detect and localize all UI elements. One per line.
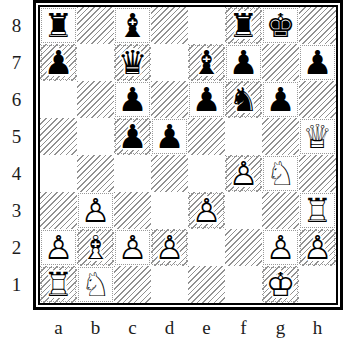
white-pawn[interactable]: ♟♙ [299,229,336,266]
rank-label-2: 2 [0,229,33,266]
white-piece-outline: ♙ [77,192,114,229]
square-e3[interactable]: ♟♙ [188,192,225,229]
file-label-d: d [151,310,188,344]
black-pawn[interactable]: ♟ [40,44,77,81]
square-g8[interactable]: ♚ [262,7,299,44]
square-c2[interactable]: ♟♙ [114,229,151,266]
rank-labels: 87654321 [0,0,33,310]
square-f2[interactable] [225,229,262,266]
chess-board: ♜♝♜♚♟♛♝♟♟♟♟♞♟♟♟♛♕♟♙♞♘♟♙♟♙♜♖♟♙♝♗♟♙♟♙♟♙♟♙♜… [38,5,338,305]
file-label-g: g [262,310,299,344]
rank-label-3: 3 [0,192,33,229]
square-a4[interactable] [40,155,77,192]
square-e1[interactable] [188,266,225,303]
square-a5[interactable] [40,118,77,155]
square-b7[interactable] [77,44,114,81]
square-h4[interactable] [299,155,336,192]
square-h3[interactable]: ♜♖ [299,192,336,229]
square-f7[interactable]: ♟ [225,44,262,81]
square-g6[interactable]: ♟ [262,81,299,118]
square-d2[interactable]: ♟♙ [151,229,188,266]
square-d4[interactable] [151,155,188,192]
square-c5[interactable]: ♟ [114,118,151,155]
file-label-c: c [114,310,151,344]
square-f3[interactable] [225,192,262,229]
square-e7[interactable]: ♝ [188,44,225,81]
square-h8[interactable] [299,7,336,44]
square-d7[interactable] [151,44,188,81]
white-piece-outline: ♕ [299,118,336,155]
rank-label-6: 6 [0,81,33,118]
white-bishop[interactable]: ♝♗ [77,229,114,266]
white-piece-outline: ♙ [188,192,225,229]
square-c3[interactable] [114,192,151,229]
square-f1[interactable] [225,266,262,303]
white-knight[interactable]: ♞♘ [77,266,114,303]
black-bishop[interactable]: ♝ [188,44,225,81]
black-pawn[interactable]: ♟ [114,118,151,155]
square-d8[interactable] [151,7,188,44]
white-pawn[interactable]: ♟♙ [151,229,188,266]
white-piece-outline: ♙ [151,229,188,266]
black-knight[interactable]: ♞ [225,81,262,118]
square-g3[interactable] [262,192,299,229]
square-c7[interactable]: ♛ [114,44,151,81]
white-knight[interactable]: ♞♘ [262,155,299,192]
black-king[interactable]: ♚ [262,7,299,44]
square-g5[interactable] [262,118,299,155]
square-d3[interactable] [151,192,188,229]
square-f5[interactable] [225,118,262,155]
square-b2[interactable]: ♝♗ [77,229,114,266]
white-pawn[interactable]: ♟♙ [225,155,262,192]
square-c4[interactable] [114,155,151,192]
rank-label-4: 4 [0,155,33,192]
rank-label-8: 8 [0,7,33,44]
black-pawn[interactable]: ♟ [114,81,151,118]
square-h7[interactable]: ♟ [299,44,336,81]
file-labels: abcdefgh [33,310,343,344]
white-piece-outline: ♙ [225,155,262,192]
white-piece-outline: ♙ [299,229,336,266]
black-rook[interactable]: ♜ [225,7,262,44]
black-pawn[interactable]: ♟ [262,81,299,118]
white-piece-outline: ♖ [299,192,336,229]
square-a8[interactable]: ♜ [40,7,77,44]
square-b5[interactable] [77,118,114,155]
white-pawn[interactable]: ♟♙ [77,192,114,229]
white-pawn[interactable]: ♟♙ [188,192,225,229]
square-d6[interactable] [151,81,188,118]
square-g2[interactable]: ♟♙ [262,229,299,266]
square-g7[interactable] [262,44,299,81]
square-a3[interactable] [40,192,77,229]
square-d5[interactable]: ♟ [151,118,188,155]
white-rook[interactable]: ♜♖ [299,192,336,229]
square-h2[interactable]: ♟♙ [299,229,336,266]
square-e5[interactable] [188,118,225,155]
file-label-h: h [299,310,336,344]
square-h5[interactable]: ♛♕ [299,118,336,155]
square-f4[interactable]: ♟♙ [225,155,262,192]
white-piece-outline: ♗ [77,229,114,266]
square-e2[interactable] [188,229,225,266]
square-a6[interactable] [40,81,77,118]
white-piece-outline: ♙ [262,229,299,266]
rank-label-5: 5 [0,118,33,155]
square-b6[interactable] [77,81,114,118]
black-bishop[interactable]: ♝ [114,7,151,44]
square-c1[interactable] [114,266,151,303]
black-pawn[interactable]: ♟ [151,118,188,155]
white-pawn[interactable]: ♟♙ [114,229,151,266]
white-piece-outline: ♖ [40,266,77,303]
black-queen[interactable]: ♛ [114,44,151,81]
board-frame: ♜♝♜♚♟♛♝♟♟♟♟♞♟♟♟♛♕♟♙♞♘♟♙♟♙♜♖♟♙♝♗♟♙♟♙♟♙♟♙♜… [33,0,343,310]
square-a7[interactable]: ♟ [40,44,77,81]
file-label-b: b [77,310,114,344]
square-b4[interactable] [77,155,114,192]
square-h1[interactable] [299,266,336,303]
square-h6[interactable] [299,81,336,118]
square-f8[interactable]: ♜ [225,7,262,44]
square-b3[interactable]: ♟♙ [77,192,114,229]
square-c6[interactable]: ♟ [114,81,151,118]
square-e4[interactable] [188,155,225,192]
square-b1[interactable]: ♞♘ [77,266,114,303]
square-a2[interactable]: ♟♙ [40,229,77,266]
file-label-f: f [225,310,262,344]
black-pawn[interactable]: ♟ [299,44,336,81]
file-label-e: e [188,310,225,344]
square-a1[interactable]: ♜♖ [40,266,77,303]
white-king[interactable]: ♚♔ [262,266,299,303]
white-queen[interactable]: ♛♕ [299,118,336,155]
square-d1[interactable] [151,266,188,303]
black-pawn[interactable]: ♟ [225,44,262,81]
square-e8[interactable] [188,7,225,44]
black-rook[interactable]: ♜ [40,7,77,44]
black-pawn[interactable]: ♟ [188,81,225,118]
white-piece-outline: ♔ [262,266,299,303]
square-c8[interactable]: ♝ [114,7,151,44]
white-piece-outline: ♙ [40,229,77,266]
file-label-a: a [40,310,77,344]
square-g1[interactable]: ♚♔ [262,266,299,303]
white-piece-outline: ♘ [262,155,299,192]
square-f6[interactable]: ♞ [225,81,262,118]
square-e6[interactable]: ♟ [188,81,225,118]
square-b8[interactable] [77,7,114,44]
rank-label-7: 7 [0,44,33,81]
white-pawn[interactable]: ♟♙ [262,229,299,266]
white-pawn[interactable]: ♟♙ [40,229,77,266]
rank-label-1: 1 [0,266,33,303]
white-piece-outline: ♘ [77,266,114,303]
white-rook[interactable]: ♜♖ [40,266,77,303]
white-piece-outline: ♙ [114,229,151,266]
chess-diagram: 87654321 ♜♝♜♚♟♛♝♟♟♟♟♞♟♟♟♛♕♟♙♞♘♟♙♟♙♜♖♟♙♝♗… [0,0,350,355]
square-g4[interactable]: ♞♘ [262,155,299,192]
